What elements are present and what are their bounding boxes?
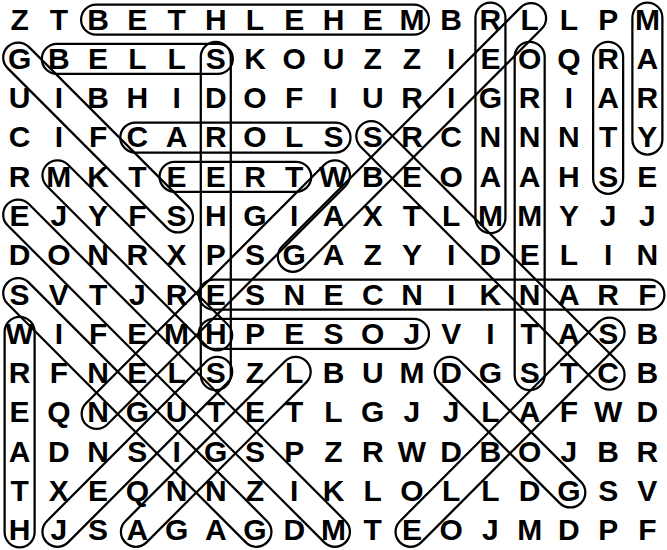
cell-letter: O	[361, 319, 384, 349]
grid-cell-r6c7[interactable]: G	[235, 196, 274, 235]
grid-cell-r8c6[interactable]: E	[196, 275, 235, 314]
grid-cell-r6c4[interactable]: F	[118, 196, 157, 235]
grid-cell-r13c11[interactable]: O	[392, 471, 431, 510]
grid-cell-r14c6[interactable]: A	[196, 511, 235, 550]
grid-cell-r9c12[interactable]: V	[432, 314, 471, 353]
grid-cell-r11c9[interactable]: L	[314, 393, 353, 432]
grid-cell-r5c17[interactable]: E	[628, 157, 667, 196]
grid-cell-r13c17[interactable]: V	[628, 471, 667, 510]
grid-cell-r13c12[interactable]: L	[432, 471, 471, 510]
grid-cell-r2c3[interactable]: E	[78, 39, 117, 78]
grid-cell-r7c7[interactable]: S	[235, 236, 274, 275]
grid-cell-r11c16[interactable]: W	[589, 393, 628, 432]
grid-cell-r4c6[interactable]: R	[196, 118, 235, 157]
grid-cell-r13c6[interactable]: N	[196, 471, 235, 510]
grid-cell-r12c17[interactable]: R	[628, 432, 667, 471]
grid-cell-r7c5[interactable]: X	[157, 236, 196, 275]
grid-cell-r11c2[interactable]: Q	[39, 393, 78, 432]
grid-cell-r12c11[interactable]: W	[392, 432, 431, 471]
grid-cell-r9c5[interactable]: M	[157, 314, 196, 353]
cell-letter: L	[481, 397, 499, 427]
grid-cell-r2c12[interactable]: I	[432, 39, 471, 78]
grid-cell-r11c7[interactable]: E	[235, 393, 274, 432]
cell-letter: F	[89, 319, 107, 349]
grid-cell-r10c7[interactable]: Z	[235, 354, 274, 393]
grid-cell-r1c3[interactable]: B	[78, 0, 117, 39]
cell-letter: Z	[364, 44, 382, 74]
grid-cell-r5c15[interactable]: H	[549, 157, 588, 196]
grid-cell-r12c8[interactable]: P	[275, 432, 314, 471]
grid-cell-r9c11[interactable]: J	[392, 314, 431, 353]
grid-cell-r14c3[interactable]: S	[78, 511, 117, 550]
grid-cell-r6c8[interactable]: I	[275, 196, 314, 235]
grid-cell-r4c9[interactable]: S	[314, 118, 353, 157]
grid-cell-r5c7[interactable]: R	[235, 157, 274, 196]
grid-cell-r9c8[interactable]: E	[275, 314, 314, 353]
cell-letter: V	[49, 280, 69, 310]
grid-cell-r2c17[interactable]: A	[628, 39, 667, 78]
grid-cell-r1c15[interactable]: L	[549, 0, 588, 39]
grid-cell-r13c15[interactable]: G	[549, 471, 588, 510]
grid-cell-r14c7[interactable]: G	[235, 511, 274, 550]
cell-letter: I	[55, 319, 63, 349]
grid-cell-r6c16[interactable]: J	[589, 196, 628, 235]
grid-cell-r5c6[interactable]: E	[196, 157, 235, 196]
grid-cell-r3c15[interactable]: I	[549, 79, 588, 118]
grid-cell-r14c1[interactable]: H	[0, 511, 39, 550]
grid-cell-r11c6[interactable]: T	[196, 393, 235, 432]
grid-cell-r3c5[interactable]: I	[157, 79, 196, 118]
cell-letter: R	[637, 83, 659, 113]
grid-cell-r3c6[interactable]: D	[196, 79, 235, 118]
grid-cell-r9c14[interactable]: T	[510, 314, 549, 353]
grid-cell-r9c2[interactable]: I	[39, 314, 78, 353]
grid-cell-r12c14[interactable]: O	[510, 432, 549, 471]
grid-cell-r6c15[interactable]: Y	[549, 196, 588, 235]
grid-cell-r7c10[interactable]: Z	[353, 236, 392, 275]
grid-cell-r14c4[interactable]: A	[118, 511, 157, 550]
cell-letter: S	[245, 240, 265, 270]
grid-cell-r2c13[interactable]: E	[471, 39, 510, 78]
grid-cell-r9c4[interactable]: E	[118, 314, 157, 353]
grid-cell-r14c17[interactable]: F	[628, 511, 667, 550]
grid-cell-r8c2[interactable]: V	[39, 275, 78, 314]
grid-cell-r10c14[interactable]: S	[510, 354, 549, 393]
grid-cell-r9c17[interactable]: B	[628, 314, 667, 353]
grid-cell-r7c15[interactable]: L	[549, 236, 588, 275]
grid-cell-r4c16[interactable]: T	[589, 118, 628, 157]
grid-cell-r1c4[interactable]: E	[118, 0, 157, 39]
grid-cell-r6c14[interactable]: M	[510, 196, 549, 235]
grid-cell-r4c3[interactable]: F	[78, 118, 117, 157]
grid-cell-r11c12[interactable]: J	[432, 393, 471, 432]
grid-cell-r12c4[interactable]: S	[118, 432, 157, 471]
grid-cell-r10c9[interactable]: B	[314, 354, 353, 393]
grid-cell-r11c3[interactable]: N	[78, 393, 117, 432]
cell-letter: F	[638, 280, 656, 310]
grid-cell-r7c8[interactable]: G	[275, 236, 314, 275]
grid-cell-r2c15[interactable]: Q	[549, 39, 588, 78]
grid-cell-r4c17[interactable]: Y	[628, 118, 667, 157]
grid-cell-r11c17[interactable]: D	[628, 393, 667, 432]
grid-cell-r4c12[interactable]: C	[432, 118, 471, 157]
grid-cell-r2c11[interactable]: Z	[392, 39, 431, 78]
grid-cell-r14c16[interactable]: P	[589, 511, 628, 550]
cell-letter: Z	[246, 358, 264, 388]
grid-cell-r4c4[interactable]: C	[118, 118, 157, 157]
cell-letter: S	[127, 437, 147, 467]
grid-cell-r14c11[interactable]: E	[392, 511, 431, 550]
grid-cell-r13c13[interactable]: L	[471, 471, 510, 510]
grid-cell-r5c16[interactable]: S	[589, 157, 628, 196]
grid-cell-r8c12[interactable]: I	[432, 275, 471, 314]
grid-cell-r1c13[interactable]: R	[471, 0, 510, 39]
grid-cell-r11c14[interactable]: A	[510, 393, 549, 432]
cell-letter: J	[600, 201, 617, 231]
grid-cell-r8c17[interactable]: F	[628, 275, 667, 314]
grid-cell-r4c1[interactable]: C	[0, 118, 39, 157]
grid-cell-r7c12[interactable]: I	[432, 236, 471, 275]
grid-cell-r3c2[interactable]: I	[39, 79, 78, 118]
grid-cell-r6c1[interactable]: E	[0, 196, 39, 235]
grid-cell-r2c16[interactable]: R	[589, 39, 628, 78]
grid-cell-r3c14[interactable]: R	[510, 79, 549, 118]
grid-cell-r9c3[interactable]: F	[78, 314, 117, 353]
cell-letter: O	[400, 476, 423, 506]
grid-cell-r8c16[interactable]: R	[589, 275, 628, 314]
grid-cell-r13c7[interactable]: Z	[235, 471, 274, 510]
cell-letter: L	[442, 476, 460, 506]
cell-letter: S	[206, 358, 226, 388]
cell-letter: L	[521, 5, 539, 35]
grid-cell-r3c7[interactable]: O	[235, 79, 274, 118]
grid-cell-r11c1[interactable]: E	[0, 393, 39, 432]
grid-cell-r9c15[interactable]: A	[549, 314, 588, 353]
grid-cell-r6c6[interactable]: H	[196, 196, 235, 235]
grid-cell-r10c5[interactable]: L	[157, 354, 196, 393]
cell-letter: A	[166, 122, 188, 152]
grid-cell-r11c15[interactable]: F	[549, 393, 588, 432]
grid-cell-r5c8[interactable]: T	[275, 157, 314, 196]
grid-cell-r7c9[interactable]: A	[314, 236, 353, 275]
grid-cell-r1c10[interactable]: E	[353, 0, 392, 39]
grid-cell-r8c9[interactable]: E	[314, 275, 353, 314]
cell-letter: Y	[559, 201, 579, 231]
grid-cell-r1c14[interactable]: L	[510, 0, 549, 39]
grid-cell-r1c17[interactable]: M	[628, 0, 667, 39]
grid-cell-r8c14[interactable]: N	[510, 275, 549, 314]
grid-cell-r3c4[interactable]: H	[118, 79, 157, 118]
grid-cell-r2c5[interactable]: L	[157, 39, 196, 78]
grid-cell-r1c11[interactable]: M	[392, 0, 431, 39]
grid-cell-r10c16[interactable]: C	[589, 354, 628, 393]
grid-cell-r6c3[interactable]: Y	[78, 196, 117, 235]
grid-cell-r4c8[interactable]: L	[275, 118, 314, 157]
grid-cell-r3c11[interactable]: R	[392, 79, 431, 118]
cell-letter: N	[401, 280, 423, 310]
grid-cell-r10c15[interactable]: T	[549, 354, 588, 393]
grid-cell-r9c10[interactable]: O	[353, 314, 392, 353]
grid-cell-r5c2[interactable]: M	[39, 157, 78, 196]
grid-cell-r13c9[interactable]: K	[314, 471, 353, 510]
grid-cell-r11c10[interactable]: G	[353, 393, 392, 432]
grid-cell-r9c6[interactable]: H	[196, 314, 235, 353]
grid-cell-r7c4[interactable]: R	[118, 236, 157, 275]
grid-cell-r11c4[interactable]: G	[118, 393, 157, 432]
cell-letter: F	[50, 358, 68, 388]
grid-cell-r14c2[interactable]: J	[39, 511, 78, 550]
cell-letter: D	[283, 515, 305, 545]
grid-cell-r12c3[interactable]: N	[78, 432, 117, 471]
grid-cell-r3c1[interactable]: U	[0, 79, 39, 118]
cell-letter: S	[598, 319, 618, 349]
cell-letter: D	[440, 358, 462, 388]
grid-cell-r13c1[interactable]: T	[0, 471, 39, 510]
grid-cell-r8c11[interactable]: N	[392, 275, 431, 314]
grid-cell-r10c11[interactable]: M	[392, 354, 431, 393]
grid-cell-r12c13[interactable]: B	[471, 432, 510, 471]
cell-letter: R	[9, 162, 31, 192]
cell-letter: K	[323, 476, 345, 506]
grid-cell-r5c3[interactable]: K	[78, 157, 117, 196]
cell-letter: I	[290, 476, 298, 506]
grid-cell-r1c9[interactable]: H	[314, 0, 353, 39]
cell-letter: S	[88, 515, 108, 545]
grid-cell-r5c4[interactable]: T	[118, 157, 157, 196]
grid-cell-r4c13[interactable]: N	[471, 118, 510, 157]
grid-cell-r6c9[interactable]: A	[314, 196, 353, 235]
grid-cell-r13c16[interactable]: S	[589, 471, 628, 510]
grid-cell-r8c13[interactable]: K	[471, 275, 510, 314]
grid-cell-r12c5[interactable]: I	[157, 432, 196, 471]
grid-cell-r4c14[interactable]: N	[510, 118, 549, 157]
grid-cell-r3c8[interactable]: F	[275, 79, 314, 118]
cell-letter: M	[478, 201, 503, 231]
grid-cell-r14c5[interactable]: G	[157, 511, 196, 550]
grid-cell-r2c9[interactable]: U	[314, 39, 353, 78]
grid-cell-r4c7[interactable]: O	[235, 118, 274, 157]
cell-letter: I	[486, 319, 494, 349]
cell-letter: H	[323, 5, 345, 35]
grid-cell-r10c17[interactable]: B	[628, 354, 667, 393]
cell-letter: E	[206, 162, 226, 192]
cell-letter: S	[363, 122, 383, 152]
grid-cell-r4c5[interactable]: A	[157, 118, 196, 157]
grid-cell-r10c1[interactable]: R	[0, 354, 39, 393]
grid-cell-r5c13[interactable]: A	[471, 157, 510, 196]
word-search-board: ZTBETHLEHEMBRLLPMGBELLSKOUZZIEOQRAUIBHID…	[0, 0, 667, 550]
cell-letter: E	[88, 476, 108, 506]
grid-cell-r3c9[interactable]: I	[314, 79, 353, 118]
cell-letter: H	[9, 515, 31, 545]
grid-cell-r13c2[interactable]: X	[39, 471, 78, 510]
grid-cell-r2c14[interactable]: O	[510, 39, 549, 78]
grid-cell-r7c17[interactable]: N	[628, 236, 667, 275]
grid-cell-r5c14[interactable]: A	[510, 157, 549, 196]
grid-cell-r3c3[interactable]: B	[78, 79, 117, 118]
grid-cell-r14c9[interactable]: M	[314, 511, 353, 550]
grid-cell-r13c14[interactable]: D	[510, 471, 549, 510]
grid-cell-r10c3[interactable]: N	[78, 354, 117, 393]
grid-cell-r7c6[interactable]: P	[196, 236, 235, 275]
cell-letter: H	[205, 319, 227, 349]
grid-cell-r5c1[interactable]: R	[0, 157, 39, 196]
grid-cell-r8c7[interactable]: S	[235, 275, 274, 314]
grid-cell-r7c13[interactable]: D	[471, 236, 510, 275]
grid-cell-r5c5[interactable]: E	[157, 157, 196, 196]
grid-cell-r7c11[interactable]: Y	[392, 236, 431, 275]
grid-cell-r1c16[interactable]: P	[589, 0, 628, 39]
grid-cell-r2c4[interactable]: L	[118, 39, 157, 78]
grid-cell-r3c10[interactable]: U	[353, 79, 392, 118]
grid-cell-r1c6[interactable]: H	[196, 0, 235, 39]
cell-letter: A	[323, 201, 345, 231]
grid-cell-r8c8[interactable]: N	[275, 275, 314, 314]
grid-cell-r11c8[interactable]: T	[275, 393, 314, 432]
grid-cell-r12c16[interactable]: B	[589, 432, 628, 471]
cell-letter: J	[51, 515, 68, 545]
grid-cell-r14c14[interactable]: M	[510, 511, 549, 550]
grid-cell-r2c8[interactable]: O	[275, 39, 314, 78]
cell-letter: S	[245, 437, 265, 467]
grid-cell-r2c10[interactable]: Z	[353, 39, 392, 78]
grid-cell-r14c12[interactable]: O	[432, 511, 471, 550]
grid-cell-r11c5[interactable]: U	[157, 393, 196, 432]
cell-letter: I	[447, 44, 455, 74]
grid-cell-r9c1[interactable]: W	[0, 314, 39, 353]
grid-cell-r12c6[interactable]: G	[196, 432, 235, 471]
grid-cell-r1c1[interactable]: Z	[0, 0, 39, 39]
cell-letter: E	[402, 162, 422, 192]
cell-letter: R	[362, 437, 384, 467]
grid-cell-r7c16[interactable]: I	[589, 236, 628, 275]
cell-letter: I	[447, 83, 455, 113]
grid-cell-r7c14[interactable]: E	[510, 236, 549, 275]
grid-cell-r2c2[interactable]: B	[39, 39, 78, 78]
grid-cell-r4c11[interactable]: R	[392, 118, 431, 157]
grid-cell-r13c8[interactable]: I	[275, 471, 314, 510]
cell-letter: T	[403, 201, 421, 231]
grid-cell-r12c1[interactable]: A	[0, 432, 39, 471]
cell-letter: E	[206, 280, 226, 310]
grid-cell-r13c3[interactable]: E	[78, 471, 117, 510]
grid-cell-r14c15[interactable]: D	[549, 511, 588, 550]
cell-letter: B	[87, 83, 109, 113]
grid-cell-r8c1[interactable]: S	[0, 275, 39, 314]
cell-letter: T	[285, 162, 303, 192]
cell-letter: I	[447, 240, 455, 270]
grid-cell-r6c5[interactable]: S	[157, 196, 196, 235]
grid-cell-r12c10[interactable]: R	[353, 432, 392, 471]
cell-letter: G	[243, 201, 266, 231]
grid-cell-r7c1[interactable]: D	[0, 236, 39, 275]
grid-cell-r13c10[interactable]: L	[353, 471, 392, 510]
grid-cell-r9c7[interactable]: P	[235, 314, 274, 353]
grid-cell-r6c12[interactable]: L	[432, 196, 471, 235]
grid-cell-r2c1[interactable]: G	[0, 39, 39, 78]
grid-cell-r10c10[interactable]: U	[353, 354, 392, 393]
grid-cell-r5c9[interactable]: W	[314, 157, 353, 196]
grid-cell-r3c12[interactable]: I	[432, 79, 471, 118]
grid-cell-r1c2[interactable]: T	[39, 0, 78, 39]
grid-cell-r12c7[interactable]: S	[235, 432, 274, 471]
grid-cell-r4c10[interactable]: S	[353, 118, 392, 157]
grid-cell-r10c6[interactable]: S	[196, 354, 235, 393]
grid-cell-r3c17[interactable]: R	[628, 79, 667, 118]
grid-cell-r4c15[interactable]: N	[549, 118, 588, 157]
grid-cell-r7c2[interactable]: O	[39, 236, 78, 275]
grid-cell-r14c13[interactable]: J	[471, 511, 510, 550]
grid-cell-r10c12[interactable]: D	[432, 354, 471, 393]
grid-cell-r8c10[interactable]: C	[353, 275, 392, 314]
cell-letter: M	[321, 515, 346, 545]
grid-cell-r7c3[interactable]: N	[78, 236, 117, 275]
grid-cell-r11c11[interactable]: J	[392, 393, 431, 432]
grid-cell-r8c5[interactable]: R	[157, 275, 196, 314]
grid-cell-r10c4[interactable]: E	[118, 354, 157, 393]
grid-cell-r12c9[interactable]: Z	[314, 432, 353, 471]
cell-letter: C	[440, 122, 462, 152]
grid-cell-r6c2[interactable]: J	[39, 196, 78, 235]
grid-cell-r6c13[interactable]: M	[471, 196, 510, 235]
grid-cell-r8c4[interactable]: J	[118, 275, 157, 314]
grid-cell-r6c11[interactable]: T	[392, 196, 431, 235]
grid-cell-r12c15[interactable]: J	[549, 432, 588, 471]
cell-letter: O	[440, 162, 463, 192]
cell-letter: S	[598, 476, 618, 506]
grid-cell-r2c7[interactable]: K	[235, 39, 274, 78]
grid-cell-r14c8[interactable]: D	[275, 511, 314, 550]
cell-letter: N	[87, 397, 109, 427]
grid-cell-r8c15[interactable]: A	[549, 275, 588, 314]
grid-cell-r5c12[interactable]: O	[432, 157, 471, 196]
grid-cell-r6c10[interactable]: X	[353, 196, 392, 235]
cell-letter: J	[482, 515, 499, 545]
grid-cell-r1c5[interactable]: T	[157, 0, 196, 39]
cell-letter: P	[598, 515, 618, 545]
grid-cell-r3c13[interactable]: G	[471, 79, 510, 118]
cell-letter: O	[440, 515, 463, 545]
grid-cell-r8c3[interactable]: T	[78, 275, 117, 314]
grid-cell-r12c2[interactable]: D	[39, 432, 78, 471]
grid-cell-r1c8[interactable]: E	[275, 0, 314, 39]
cell-letter: F	[285, 83, 303, 113]
grid-cell-r6c17[interactable]: J	[628, 196, 667, 235]
cell-letter: H	[126, 83, 148, 113]
grid-cell-r9c13[interactable]: I	[471, 314, 510, 353]
grid-cell-r10c13[interactable]: G	[471, 354, 510, 393]
grid-cell-r13c5[interactable]: N	[157, 471, 196, 510]
grid-cell-r4c2[interactable]: I	[39, 118, 78, 157]
cell-letter: F	[128, 201, 146, 231]
grid-cell-r1c7[interactable]: L	[235, 0, 274, 39]
grid-cell-r1c12[interactable]: B	[432, 0, 471, 39]
grid-cell-r3c16[interactable]: A	[589, 79, 628, 118]
grid-cell-r14c10[interactable]: T	[353, 511, 392, 550]
grid-cell-r9c9[interactable]: S	[314, 314, 353, 353]
grid-cell-r12c12[interactable]: D	[432, 432, 471, 471]
grid-cell-r10c2[interactable]: F	[39, 354, 78, 393]
grid-cell-r13c4[interactable]: Q	[118, 471, 157, 510]
grid-cell-r11c13[interactable]: L	[471, 393, 510, 432]
grid-cell-r2c6[interactable]: S	[196, 39, 235, 78]
grid-cell-r5c10[interactable]: B	[353, 157, 392, 196]
grid-cell-r5c11[interactable]: E	[392, 157, 431, 196]
cell-letter: L	[167, 44, 185, 74]
cell-letter: E	[10, 201, 30, 231]
grid-cell-r9c16[interactable]: S	[589, 314, 628, 353]
grid-cell-r10c8[interactable]: L	[275, 354, 314, 393]
